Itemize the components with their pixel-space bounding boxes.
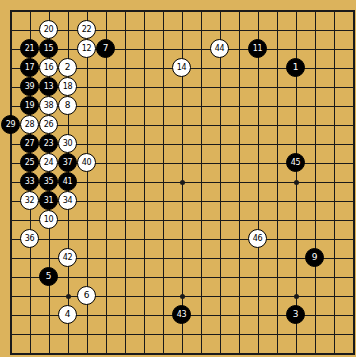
go-board: 1234567891011121314151617181920212223242… — [0, 0, 356, 357]
stone-move-14: 14 — [172, 58, 191, 77]
stone-move-10: 10 — [39, 210, 58, 229]
stone-move-25: 25 — [20, 153, 39, 172]
stone-move-2: 2 — [58, 58, 77, 77]
stone-move-22: 22 — [77, 20, 96, 39]
stone-move-9: 9 — [305, 248, 324, 267]
stone-move-29: 29 — [1, 115, 20, 134]
stone-move-34: 34 — [58, 191, 77, 210]
stone-move-13: 13 — [39, 77, 58, 96]
stone-move-8: 8 — [58, 96, 77, 115]
stone-move-46: 46 — [248, 229, 267, 248]
stone-move-40: 40 — [77, 153, 96, 172]
stone-move-21: 21 — [20, 39, 39, 58]
stone-move-30: 30 — [58, 134, 77, 153]
stone-move-17: 17 — [20, 58, 39, 77]
stone-move-24: 24 — [39, 153, 58, 172]
stone-move-33: 33 — [20, 172, 39, 191]
stone-move-7: 7 — [96, 39, 115, 58]
stone-move-1: 1 — [286, 58, 305, 77]
stone-move-3: 3 — [286, 305, 305, 324]
stone-move-19: 19 — [20, 96, 39, 115]
stones-layer: 1234567891011121314151617181920212223242… — [1, 1, 361, 361]
kifu-page: 1234567891011121314151617181920212223242… — [0, 0, 361, 361]
stone-move-44: 44 — [210, 39, 229, 58]
stone-move-42: 42 — [58, 248, 77, 267]
stone-move-35: 35 — [39, 172, 58, 191]
stone-move-38: 38 — [39, 96, 58, 115]
stone-move-31: 31 — [39, 191, 58, 210]
stone-move-28: 28 — [20, 115, 39, 134]
stone-move-27: 27 — [20, 134, 39, 153]
stone-move-26: 26 — [39, 115, 58, 134]
stone-move-18: 18 — [58, 77, 77, 96]
stone-move-36: 36 — [20, 229, 39, 248]
stone-move-4: 4 — [58, 305, 77, 324]
stone-move-45: 45 — [286, 153, 305, 172]
stone-move-11: 11 — [248, 39, 267, 58]
stone-move-20: 20 — [39, 20, 58, 39]
stone-move-32: 32 — [20, 191, 39, 210]
stone-move-12: 12 — [77, 39, 96, 58]
stone-move-41: 41 — [58, 172, 77, 191]
stone-move-23: 23 — [39, 134, 58, 153]
stone-move-43: 43 — [172, 305, 191, 324]
stone-move-5: 5 — [39, 267, 58, 286]
stone-move-16: 16 — [39, 58, 58, 77]
stone-move-15: 15 — [39, 39, 58, 58]
stone-move-6: 6 — [77, 286, 96, 305]
stone-move-37: 37 — [58, 153, 77, 172]
stone-move-39: 39 — [20, 77, 39, 96]
